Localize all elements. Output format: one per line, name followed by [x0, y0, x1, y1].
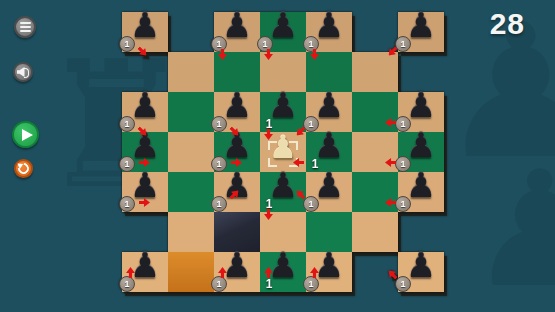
menu-button[interactable] — [14, 16, 36, 38]
board-gap — [352, 12, 398, 52]
square-r6c1[interactable] — [168, 252, 214, 292]
square-r6c6[interactable]: ♟1 — [398, 252, 444, 292]
wallpaper-pawn-silhouette: ♟ — [468, 150, 555, 310]
move-count-badge: 1 — [263, 117, 275, 131]
square-r3c0[interactable]: ♟1 — [122, 132, 168, 172]
board[interactable]: ♟1♟1♟1♟1♟1♟1♟1♟1♟1♟1♟1♟1♟♟1♟1♟1♟1♟1♟1♟1♟… — [122, 12, 444, 292]
direction-arrow-e — [139, 198, 150, 207]
square-r3c5[interactable] — [352, 132, 398, 172]
square-r0c3[interactable]: ♟1 — [260, 12, 306, 52]
move-count-badge: 1 — [119, 116, 135, 132]
move-count-badge: 1 — [119, 276, 135, 292]
square-r3c2[interactable]: ♟1 — [214, 132, 260, 172]
square-r5c2[interactable] — [214, 212, 260, 252]
square-r4c1[interactable] — [168, 172, 214, 212]
square-r4c2[interactable]: ♟1 — [214, 172, 260, 212]
square-r4c0[interactable]: ♟1 — [122, 172, 168, 212]
square-r5c3[interactable] — [260, 212, 306, 252]
square-r5c5[interactable] — [352, 212, 398, 252]
square-r1c4[interactable] — [306, 52, 352, 92]
square-r3c3[interactable]: ♟ — [260, 132, 306, 172]
move-count-badge: 1 — [395, 276, 411, 292]
move-count-badge: 1 — [395, 116, 411, 132]
move-count-badge: 1 — [211, 36, 227, 52]
board-gap — [122, 212, 168, 252]
board-gap — [398, 52, 444, 92]
move-count-badge: 1 — [309, 157, 321, 171]
square-r1c3[interactable] — [260, 52, 306, 92]
move-count-badge: 1 — [211, 116, 227, 132]
square-r2c6[interactable]: ♟1 — [398, 92, 444, 132]
square-r1c1[interactable] — [168, 52, 214, 92]
move-count-badge: 1 — [257, 36, 273, 52]
square-r0c6[interactable]: ♟1 — [398, 12, 444, 52]
square-r3c6[interactable]: ♟1 — [398, 132, 444, 172]
square-r2c0[interactable]: ♟1 — [122, 92, 168, 132]
square-r2c1[interactable] — [168, 92, 214, 132]
sound-button[interactable] — [13, 62, 33, 82]
square-r6c2[interactable]: ♟1 — [214, 252, 260, 292]
play-button[interactable] — [12, 121, 39, 148]
move-count-badge: 1 — [303, 36, 319, 52]
move-count-badge: 1 — [119, 156, 135, 172]
square-r2c5[interactable] — [352, 92, 398, 132]
play-icon — [22, 129, 33, 141]
square-r6c0[interactable]: ♟1 — [122, 252, 168, 292]
square-r6c3[interactable]: ♟1 — [260, 252, 306, 292]
direction-arrow-e — [139, 158, 150, 167]
square-r3c4[interactable]: ♟1 — [306, 132, 352, 172]
square-r6c4[interactable]: ♟1 — [306, 252, 352, 292]
board-gap — [122, 52, 168, 92]
move-count-badge: 1 — [303, 276, 319, 292]
move-count-badge: 1 — [263, 277, 275, 291]
game-screen: ♜ ♟ ♟ 28 ♟1♟1♟1♟1♟1♟1♟1♟1♟1♟1♟1♟1♟♟1♟1♟1… — [0, 0, 555, 312]
restart-button[interactable] — [14, 159, 33, 178]
board-gap — [168, 12, 214, 52]
board-gap — [398, 212, 444, 252]
square-r3c1[interactable] — [168, 132, 214, 172]
move-count-badge: 1 — [303, 116, 319, 132]
square-r5c1[interactable] — [168, 212, 214, 252]
move-count-badge: 1 — [211, 276, 227, 292]
square-r1c5[interactable] — [352, 52, 398, 92]
square-r2c3[interactable]: ♟1 — [260, 92, 306, 132]
square-r0c4[interactable]: ♟1 — [306, 12, 352, 52]
square-r0c0[interactable]: ♟1 — [122, 12, 168, 52]
hamburger-icon — [20, 22, 31, 32]
move-count-badge: 1 — [211, 156, 227, 172]
move-count-badge: 1 — [395, 196, 411, 212]
speaker-icon — [17, 66, 30, 78]
direction-arrow-e — [231, 158, 242, 167]
square-r4c4[interactable]: ♟1 — [306, 172, 352, 212]
square-r5c4[interactable] — [306, 212, 352, 252]
move-count-badge: 1 — [303, 196, 319, 212]
move-count-badge: 1 — [395, 156, 411, 172]
selection-brackets — [268, 141, 298, 167]
move-count-badge: 1 — [119, 36, 135, 52]
move-count-badge: 1 — [119, 196, 135, 212]
square-r4c5[interactable] — [352, 172, 398, 212]
move-count-badge: 1 — [263, 197, 275, 211]
square-r2c2[interactable]: ♟1 — [214, 92, 260, 132]
countdown-timer: 28 — [490, 7, 525, 41]
square-r1c2[interactable] — [214, 52, 260, 92]
move-count-badge: 1 — [395, 36, 411, 52]
square-r2c4[interactable]: ♟1 — [306, 92, 352, 132]
move-count-badge: 1 — [211, 196, 227, 212]
square-r4c6[interactable]: ♟1 — [398, 172, 444, 212]
direction-arrow-ne — [227, 187, 241, 201]
square-r0c2[interactable]: ♟1 — [214, 12, 260, 52]
restart-icon — [18, 163, 29, 174]
